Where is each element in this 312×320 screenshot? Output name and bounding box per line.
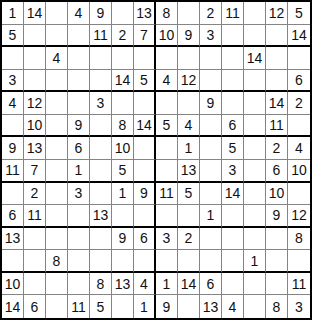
cell-r2c9: 9 [178, 25, 200, 48]
cell-r9c6: 1 [112, 183, 134, 206]
cell-r4c1: 3 [2, 70, 24, 93]
cell-r2c6: 2 [112, 25, 134, 48]
cell-r1c7: 13 [134, 2, 156, 25]
cell-r2c12[interactable] [244, 25, 266, 48]
cell-r14c10: 13 [200, 295, 222, 318]
cell-r11c9: 2 [178, 228, 200, 251]
cell-r8c5[interactable] [90, 160, 112, 183]
cell-r3c11[interactable] [222, 47, 244, 70]
cell-r11c11[interactable] [222, 228, 244, 251]
cell-r12c14[interactable] [288, 250, 310, 273]
cell-r1c13: 12 [266, 2, 288, 25]
cell-r10c9[interactable] [178, 205, 200, 228]
cell-r14c1: 14 [2, 295, 24, 318]
cell-r6c6: 8 [112, 115, 134, 138]
cell-r5c14: 2 [288, 92, 310, 115]
cell-r12c13[interactable] [266, 250, 288, 273]
cell-r14c5: 5 [90, 295, 112, 318]
cell-r1c5: 9 [90, 2, 112, 25]
cell-r7c14: 4 [288, 137, 310, 160]
cell-r4c3[interactable] [46, 70, 68, 93]
cell-r9c2: 2 [24, 183, 46, 206]
cell-r13c7: 4 [134, 273, 156, 296]
cell-r6c4: 9 [68, 115, 90, 138]
cell-r13c14: 11 [288, 273, 310, 296]
cell-r4c6: 14 [112, 70, 134, 93]
cell-r11c3[interactable] [46, 228, 68, 251]
cell-r6c9: 4 [178, 115, 200, 138]
cell-r13c4[interactable] [68, 273, 90, 296]
cell-r6c8: 5 [156, 115, 178, 138]
cell-r6c10[interactable] [200, 115, 222, 138]
cell-r5c13: 14 [266, 92, 288, 115]
cell-r8c13: 6 [266, 160, 288, 183]
cell-r8c11: 3 [222, 160, 244, 183]
cell-r14c7: 1 [134, 295, 156, 318]
cell-r3c9[interactable] [178, 47, 200, 70]
cell-r13c11[interactable] [222, 273, 244, 296]
cell-r7c12[interactable] [244, 137, 266, 160]
cell-r14c2: 6 [24, 295, 46, 318]
cell-r5c9[interactable] [178, 92, 200, 115]
cell-r3c8[interactable] [156, 47, 178, 70]
cell-r3c12: 14 [244, 47, 266, 70]
cell-r12c7[interactable] [134, 250, 156, 273]
cell-r2c13[interactable] [266, 25, 288, 48]
cell-r3c10[interactable] [200, 47, 222, 70]
cell-r5c1: 4 [2, 92, 24, 115]
cell-r11c8: 3 [156, 228, 178, 251]
cell-r3c2[interactable] [24, 47, 46, 70]
cell-r7c6: 10 [112, 137, 134, 160]
cell-r9c13: 10 [266, 183, 288, 206]
cell-r12c6[interactable] [112, 250, 134, 273]
cell-r2c11[interactable] [222, 25, 244, 48]
cell-r14c14: 3 [288, 295, 310, 318]
cell-r4c2[interactable] [24, 70, 46, 93]
cell-r1c9[interactable] [178, 2, 200, 25]
cell-r11c10[interactable] [200, 228, 222, 251]
cell-r10c8[interactable] [156, 205, 178, 228]
cell-r8c14: 10 [288, 160, 310, 183]
cell-r12c11[interactable] [222, 250, 244, 273]
cell-r12c9[interactable] [178, 250, 200, 273]
cell-r14c8: 9 [156, 295, 178, 318]
cell-r7c4: 6 [68, 137, 90, 160]
cell-r11c13[interactable] [266, 228, 288, 251]
cell-r12c12: 1 [244, 250, 266, 273]
cell-r10c5: 13 [90, 205, 112, 228]
cell-r14c9[interactable] [178, 295, 200, 318]
cell-r11c4[interactable] [68, 228, 90, 251]
cell-r1c3[interactable] [46, 2, 68, 25]
cell-r5c8[interactable] [156, 92, 178, 115]
cell-r1c8: 8 [156, 2, 178, 25]
cell-r6c13: 11 [266, 115, 288, 138]
cell-r7c5[interactable] [90, 137, 112, 160]
cell-r4c10[interactable] [200, 70, 222, 93]
cell-r8c6: 5 [112, 160, 134, 183]
cell-r8c8[interactable] [156, 160, 178, 183]
cell-r5c2: 12 [24, 92, 46, 115]
cell-r3c3: 4 [46, 47, 68, 70]
cell-r13c10: 6 [200, 273, 222, 296]
cell-r10c14: 12 [288, 205, 310, 228]
cell-r8c10[interactable] [200, 160, 222, 183]
cell-r6c1[interactable] [2, 115, 24, 138]
cell-r5c3[interactable] [46, 92, 68, 115]
cell-r5c11[interactable] [222, 92, 244, 115]
cell-r4c7: 5 [134, 70, 156, 93]
cell-r13c8: 1 [156, 273, 178, 296]
cell-r5c10: 9 [200, 92, 222, 115]
cell-r11c7: 6 [134, 228, 156, 251]
cell-r10c6[interactable] [112, 205, 134, 228]
cell-r2c7: 7 [134, 25, 156, 48]
cell-r4c13[interactable] [266, 70, 288, 93]
cell-r6c3[interactable] [46, 115, 68, 138]
cell-r4c4[interactable] [68, 70, 90, 93]
cell-r3c7[interactable] [134, 47, 156, 70]
cell-r9c9: 5 [178, 183, 200, 206]
cell-r5c4[interactable] [68, 92, 90, 115]
cell-r7c13: 2 [266, 137, 288, 160]
cell-r13c9: 14 [178, 273, 200, 296]
cell-r2c10: 3 [200, 25, 222, 48]
cell-r13c12[interactable] [244, 273, 266, 296]
cell-r12c3: 8 [46, 250, 68, 273]
cell-r6c12[interactable] [244, 115, 266, 138]
cell-r13c5: 8 [90, 273, 112, 296]
cell-r9c8: 11 [156, 183, 178, 206]
cell-r9c7: 9 [134, 183, 156, 206]
cell-r11c2[interactable] [24, 228, 46, 251]
cell-r3c4[interactable] [68, 47, 90, 70]
cell-r8c1: 11 [2, 160, 24, 183]
cell-r14c11: 4 [222, 295, 244, 318]
cell-r1c6[interactable] [112, 2, 134, 25]
cell-r2c2[interactable] [24, 25, 46, 48]
cell-r7c7[interactable] [134, 137, 156, 160]
cell-r1c11: 11 [222, 2, 244, 25]
cell-r5c7[interactable] [134, 92, 156, 115]
cell-r9c4: 3 [68, 183, 90, 206]
cell-r2c1: 5 [2, 25, 24, 48]
cell-r7c9: 1 [178, 137, 200, 160]
cell-r3c13[interactable] [266, 47, 288, 70]
cell-r10c13: 9 [266, 205, 288, 228]
cell-r6c11: 6 [222, 115, 244, 138]
cell-r8c7[interactable] [134, 160, 156, 183]
cell-r13c1: 10 [2, 273, 24, 296]
cell-r5c6[interactable] [112, 92, 134, 115]
cell-r8c4: 1 [68, 160, 90, 183]
cell-r7c11: 5 [222, 137, 244, 160]
cell-r8c9: 13 [178, 160, 200, 183]
cell-r6c5[interactable] [90, 115, 112, 138]
cell-r2c4[interactable] [68, 25, 90, 48]
cell-r1c12[interactable] [244, 2, 266, 25]
cell-r12c5[interactable] [90, 250, 112, 273]
cell-r9c14[interactable] [288, 183, 310, 206]
cell-r5c5: 3 [90, 92, 112, 115]
cell-r2c8: 10 [156, 25, 178, 48]
cell-r6c14[interactable] [288, 115, 310, 138]
cell-r11c12[interactable] [244, 228, 266, 251]
cell-r12c4[interactable] [68, 250, 90, 273]
cell-r4c8: 4 [156, 70, 178, 93]
cell-r5c12[interactable] [244, 92, 266, 115]
sudoku-board: 1144913821112551127109314414314541264123… [0, 0, 312, 320]
cell-r4c12[interactable] [244, 70, 266, 93]
cell-r1c2: 14 [24, 2, 46, 25]
cell-r10c11[interactable] [222, 205, 244, 228]
cell-r6c7: 14 [134, 115, 156, 138]
cell-r12c10[interactable] [200, 250, 222, 273]
cell-r11c1: 13 [2, 228, 24, 251]
cell-r11c14: 8 [288, 228, 310, 251]
cell-r9c12[interactable] [244, 183, 266, 206]
cell-r12c8[interactable] [156, 250, 178, 273]
cell-r13c13[interactable] [266, 273, 288, 296]
cell-r10c3[interactable] [46, 205, 68, 228]
cell-r7c1: 9 [2, 137, 24, 160]
cell-r13c2[interactable] [24, 273, 46, 296]
cell-r7c3[interactable] [46, 137, 68, 160]
cell-r8c2: 7 [24, 160, 46, 183]
cell-r3c14[interactable] [288, 47, 310, 70]
cell-r9c5[interactable] [90, 183, 112, 206]
cell-r14c13: 8 [266, 295, 288, 318]
cell-r10c2: 11 [24, 205, 46, 228]
cell-r11c5[interactable] [90, 228, 112, 251]
cell-r11c6: 9 [112, 228, 134, 251]
cell-r1c14: 5 [288, 2, 310, 25]
cell-r12c2[interactable] [24, 250, 46, 273]
cell-r14c4: 11 [68, 295, 90, 318]
cell-r8c12[interactable] [244, 160, 266, 183]
cell-r2c3[interactable] [46, 25, 68, 48]
cell-r9c3[interactable] [46, 183, 68, 206]
cell-r10c10: 1 [200, 205, 222, 228]
cell-r3c5[interactable] [90, 47, 112, 70]
cell-r1c4: 4 [68, 2, 90, 25]
cell-r10c4[interactable] [68, 205, 90, 228]
cell-r14c12[interactable] [244, 295, 266, 318]
cell-r7c2: 13 [24, 137, 46, 160]
cell-r1c10: 2 [200, 2, 222, 25]
cell-r2c14: 14 [288, 25, 310, 48]
cell-r4c9: 12 [178, 70, 200, 93]
cell-r2c5: 11 [90, 25, 112, 48]
cell-r12c1[interactable] [2, 250, 24, 273]
cell-r8c3[interactable] [46, 160, 68, 183]
cell-r9c11: 14 [222, 183, 244, 206]
cell-r6c2: 10 [24, 115, 46, 138]
cell-r13c6: 13 [112, 273, 134, 296]
cell-r9c10[interactable] [200, 183, 222, 206]
cell-r3c6[interactable] [112, 47, 134, 70]
cell-r10c7[interactable] [134, 205, 156, 228]
cell-r13c3[interactable] [46, 273, 68, 296]
cell-r3c1[interactable] [2, 47, 24, 70]
cell-r9c1[interactable] [2, 183, 24, 206]
cell-r1c1: 1 [2, 2, 24, 25]
cell-r4c14: 6 [288, 70, 310, 93]
cell-r14c3[interactable] [46, 295, 68, 318]
cell-r10c12[interactable] [244, 205, 266, 228]
cell-r7c8[interactable] [156, 137, 178, 160]
cell-r4c11[interactable] [222, 70, 244, 93]
cell-r14c6[interactable] [112, 295, 134, 318]
cell-r4c5[interactable] [90, 70, 112, 93]
cell-r7c10[interactable] [200, 137, 222, 160]
cell-r10c1: 6 [2, 205, 24, 228]
